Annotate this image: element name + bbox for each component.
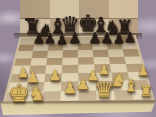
- white-queen-piece[interactable]: ♛: [94, 79, 114, 101]
- white-knight-piece[interactable]: ♞: [28, 84, 45, 103]
- black-pawn-piece[interactable]: ♟: [113, 31, 126, 45]
- black-pawn-piece[interactable]: ♟: [68, 31, 81, 46]
- white-pawn-piece[interactable]: ♟: [98, 63, 110, 76]
- white-bishop-piece[interactable]: ♝: [123, 77, 138, 94]
- black-pawn-piece[interactable]: ♟: [44, 31, 57, 45]
- black-pawn-piece[interactable]: ♟: [100, 31, 113, 46]
- piece-layer: ♜♞♝♛♚♝♞♜♟♟♟♟♟♟♟♟♟♟♟♟♟♟♟♟♚♞♛♞♝♜: [0, 0, 156, 117]
- white-rook-piece[interactable]: ♜: [139, 84, 152, 99]
- white-king-piece[interactable]: ♚: [8, 81, 30, 105]
- white-pawn-piece[interactable]: ♟: [49, 68, 62, 82]
- white-pawn-piece[interactable]: ♟: [63, 80, 77, 96]
- black-pawn-piece[interactable]: ♟: [56, 32, 69, 46]
- chess-set-photo: ♜♞♝♛♚♝♞♜♟♟♟♟♟♟♟♟♟♟♟♟♟♟♟♟♚♞♛♞♝♜: [0, 0, 156, 117]
- white-pawn-piece[interactable]: ♟: [137, 64, 149, 77]
- white-pawn-piece[interactable]: ♟: [76, 77, 89, 92]
